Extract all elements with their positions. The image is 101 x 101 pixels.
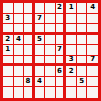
cell-r8c7[interactable] [66,77,77,88]
cell-r9c3[interactable] [24,87,35,98]
cell-r9c1[interactable] [3,87,14,98]
cell-r6c5[interactable] [45,56,56,67]
cell-r1c6[interactable]: 2 [56,3,67,14]
cell-r5c5[interactable] [45,45,56,56]
cell-r5c7[interactable] [66,45,77,56]
cell-r2c3[interactable] [24,14,35,25]
cell-r9c8[interactable] [77,87,88,98]
cell-r2c4[interactable]: 7 [35,14,46,25]
cell-r2c1[interactable]: 3 [3,14,14,25]
cell-r3c9[interactable] [87,24,98,35]
cell-r8c2[interactable] [14,77,25,88]
cell-r6c9[interactable]: 7 [87,56,98,67]
cell-r5c3[interactable] [24,45,35,56]
cell-r3c7[interactable] [66,24,77,35]
cell-r7c9[interactable] [87,66,98,77]
cell-r4c3[interactable] [24,35,35,46]
cell-r3c3[interactable] [24,24,35,35]
cell-r1c5[interactable] [45,3,56,14]
cell-r5c4[interactable] [35,45,46,56]
cell-r1c7[interactable]: 1 [66,3,77,14]
cell-r7c4[interactable] [35,66,46,77]
cell-r4c8[interactable] [77,35,88,46]
cell-r2c5[interactable] [45,14,56,25]
cell-r7c5[interactable] [45,66,56,77]
cell-r3c1[interactable] [3,24,14,35]
cell-r6c7[interactable]: 3 [66,56,77,67]
cell-r7c8[interactable] [77,66,88,77]
cell-r9c2[interactable] [14,87,25,98]
cell-r7c7[interactable]: 2 [66,66,77,77]
cell-r1c8[interactable] [77,3,88,14]
cell-r1c2[interactable] [14,3,25,14]
cell-r8c6[interactable] [56,77,67,88]
cell-r5c9[interactable] [87,45,98,56]
cell-r2c7[interactable] [66,14,77,25]
cell-r1c3[interactable] [24,3,35,14]
cell-r4c5[interactable] [45,35,56,46]
cell-r8c1[interactable] [3,77,14,88]
cell-r6c8[interactable] [77,56,88,67]
cell-r7c3[interactable] [24,66,35,77]
cell-r3c6[interactable] [56,24,67,35]
cell-r8c4[interactable]: 4 [35,77,46,88]
cell-r6c1[interactable] [3,56,14,67]
cell-r5c2[interactable] [14,45,25,56]
cell-r7c1[interactable] [3,66,14,77]
cell-r9c6[interactable] [56,87,67,98]
cell-r2c2[interactable] [14,14,25,25]
cell-r6c2[interactable] [14,56,25,67]
cell-r3c2[interactable] [14,24,25,35]
cell-r3c8[interactable] [77,24,88,35]
cell-r6c3[interactable] [24,56,35,67]
cell-r3c5[interactable] [45,24,56,35]
cell-r3c4[interactable] [35,24,46,35]
cell-r9c4[interactable] [35,87,46,98]
cell-r1c4[interactable] [35,3,46,14]
cell-r7c2[interactable] [14,66,25,77]
cell-r4c9[interactable] [87,35,98,46]
sudoku-board: 21437245173762845 [0,0,101,101]
cell-r2c6[interactable] [56,14,67,25]
cell-r7c6[interactable]: 6 [56,66,67,77]
cell-r1c9[interactable]: 4 [87,3,98,14]
sudoku-board-container: 21437245173762845 [0,0,101,101]
cell-r5c1[interactable]: 1 [3,45,14,56]
cell-r4c6[interactable] [56,35,67,46]
cell-r8c3[interactable]: 8 [24,77,35,88]
cell-r9c5[interactable] [45,87,56,98]
cell-r9c9[interactable] [87,87,98,98]
cell-r9c7[interactable] [66,87,77,98]
cell-r2c9[interactable] [87,14,98,25]
cell-r4c1[interactable]: 2 [3,35,14,46]
cell-r6c6[interactable] [56,56,67,67]
cell-r8c8[interactable]: 5 [77,77,88,88]
cell-r5c8[interactable] [77,45,88,56]
cell-r2c8[interactable] [77,14,88,25]
cell-r4c4[interactable]: 5 [35,35,46,46]
cell-r6c4[interactable] [35,56,46,67]
cell-r4c7[interactable] [66,35,77,46]
cell-r5c6[interactable]: 7 [56,45,67,56]
cell-r8c5[interactable] [45,77,56,88]
cell-r4c2[interactable]: 4 [14,35,25,46]
cell-r1c1[interactable] [3,3,14,14]
cell-r8c9[interactable] [87,77,98,88]
